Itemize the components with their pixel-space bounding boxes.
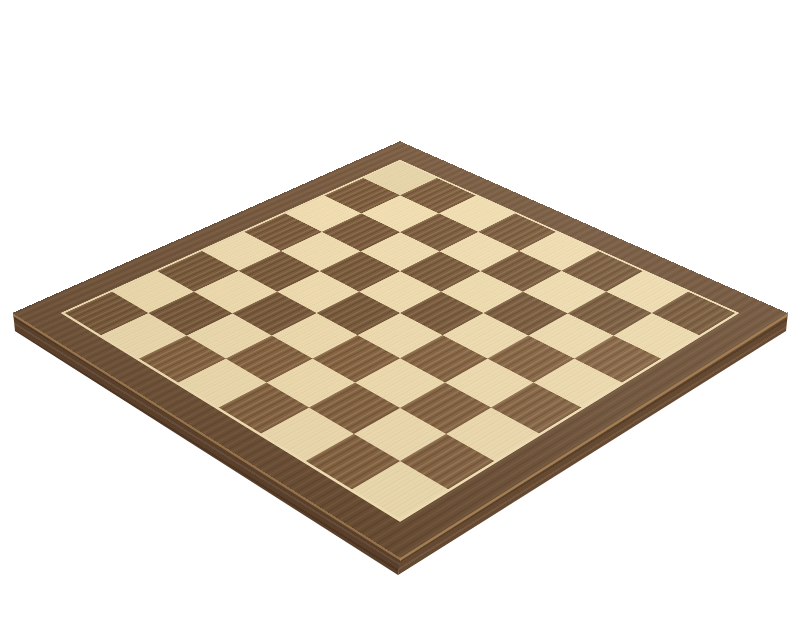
chessboard-product-photo	[0, 0, 800, 640]
chess-board	[13, 141, 788, 558]
board-squares-grid	[65, 161, 735, 518]
